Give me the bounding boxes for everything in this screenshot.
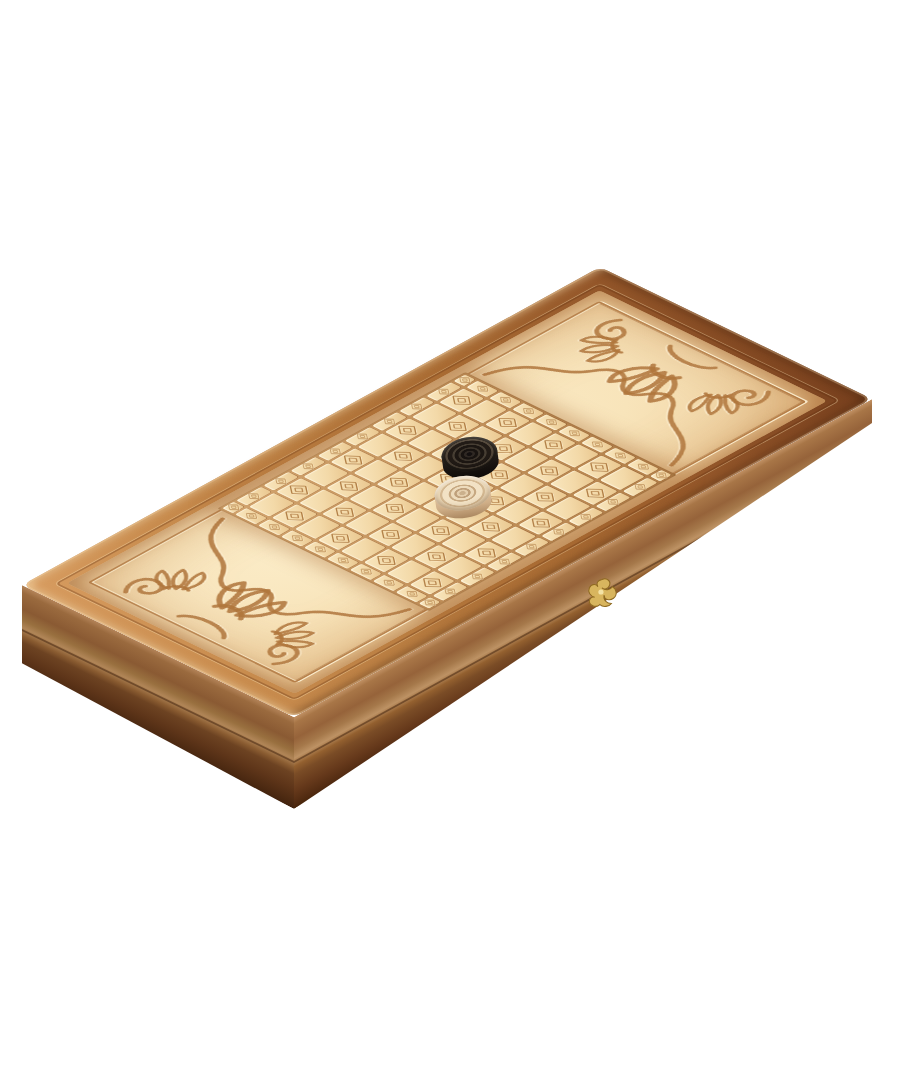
- diamond-carving-icon: [591, 442, 602, 447]
- diamond-carving-icon: [314, 547, 325, 552]
- diamond-carving-icon: [590, 463, 609, 472]
- scroll-leaves: [590, 318, 773, 409]
- diamond-carving-icon: [540, 466, 559, 475]
- diamond-carving-icon: [568, 431, 579, 436]
- diamond-carving-icon: [637, 464, 648, 469]
- tulip-flowers: [137, 552, 347, 657]
- diamond-carving-icon: [381, 530, 400, 539]
- diamond-carving-icon: [448, 422, 467, 431]
- diamond-carving-icon: [614, 453, 625, 458]
- diamond-carving-icon: [553, 529, 564, 534]
- diamond-carving-icon: [580, 514, 591, 519]
- diamond-carving-icon: [523, 409, 534, 414]
- diamond-carving-icon: [498, 418, 517, 427]
- diamond-carving-icon: [275, 479, 286, 484]
- diamond-carving-icon: [330, 449, 341, 454]
- diamond-carving-icon: [285, 511, 304, 520]
- diamond-carving-icon: [228, 505, 239, 510]
- diamond-carving-icon: [459, 378, 470, 383]
- white-checker: [432, 472, 495, 535]
- diamond-carving-icon: [337, 558, 348, 563]
- product-photo: [0, 0, 898, 1080]
- diamond-carving-icon: [248, 493, 259, 498]
- diamond-carving-icon: [546, 420, 557, 425]
- diamond-carving-icon: [398, 426, 417, 435]
- diamond-carving-icon: [424, 600, 435, 605]
- diamond-carving-icon: [406, 591, 417, 596]
- diamond-carving-icon: [303, 464, 314, 469]
- diamond-carving-icon: [357, 434, 368, 439]
- diamond-carving-icon: [472, 574, 483, 579]
- diamond-carving-icon: [385, 504, 404, 513]
- diamond-carving-icon: [544, 440, 563, 449]
- brass-latch-icon: [579, 576, 625, 608]
- diamond-carving-icon: [291, 536, 302, 541]
- diamond-carving-icon: [331, 534, 350, 543]
- diamond-carving-icon: [500, 397, 511, 402]
- diamond-carving-icon: [445, 589, 456, 594]
- diamond-carving-icon: [384, 419, 395, 424]
- diamond-carving-icon: [344, 455, 363, 464]
- diamond-carving-icon: [536, 492, 555, 501]
- diamond-carving-icon: [377, 556, 396, 565]
- diamond-carving-icon: [360, 569, 371, 574]
- diamond-carving-icon: [423, 578, 442, 587]
- diamond-carving-icon: [655, 473, 666, 478]
- diamond-carving-icon: [452, 396, 471, 405]
- diamond-carving-icon: [394, 452, 413, 461]
- diamond-carving-icon: [335, 508, 354, 517]
- tulip-flowers: [547, 326, 757, 431]
- diamond-carving-icon: [245, 513, 256, 518]
- diamond-carving-icon: [635, 484, 646, 489]
- diamond-carving-icon: [499, 559, 510, 564]
- diamond-carving-icon: [607, 499, 618, 504]
- diamond-carving-icon: [477, 386, 488, 391]
- diamond-carving-icon: [586, 489, 605, 498]
- diamond-carving-icon: [477, 548, 496, 557]
- diamond-carving-icon: [383, 580, 394, 585]
- diamond-carving-icon: [289, 485, 308, 494]
- diamond-carving-icon: [532, 519, 551, 528]
- diamond-carving-icon: [526, 544, 537, 549]
- diamond-carving-icon: [390, 478, 409, 487]
- diamond-carving-icon: [427, 552, 446, 561]
- diamond-carving-icon: [268, 525, 279, 530]
- diamond-carving-icon: [438, 389, 449, 394]
- diamond-carving-icon: [411, 404, 422, 409]
- diamond-carving-icon: [340, 482, 359, 491]
